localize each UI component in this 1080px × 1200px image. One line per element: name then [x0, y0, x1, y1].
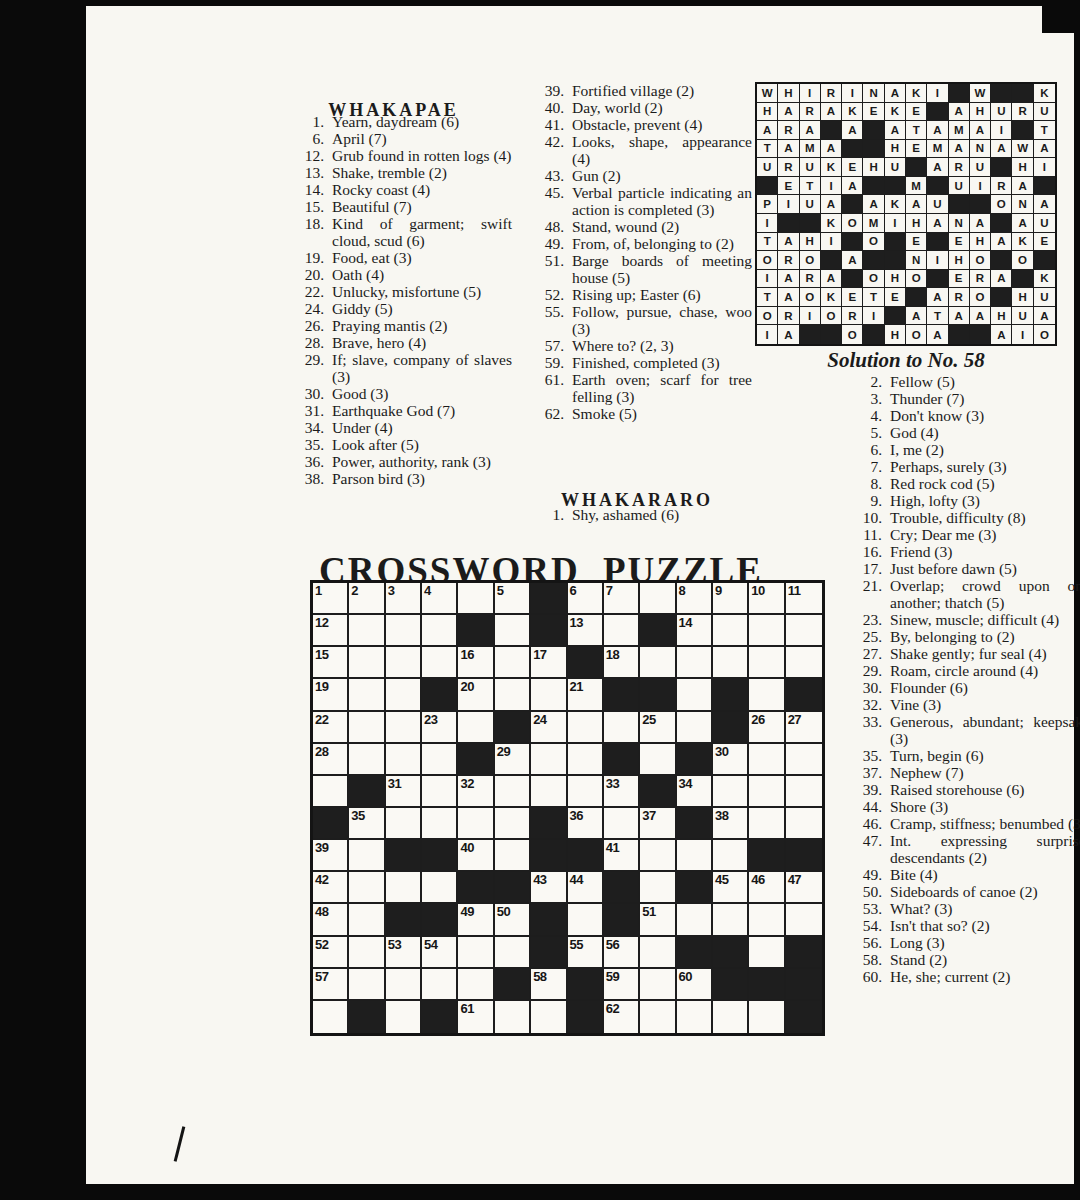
clue-29: 29.Roam, circle around (4) — [838, 662, 1080, 679]
puzzle-cell[interactable] — [422, 872, 458, 904]
puzzle-cell[interactable] — [604, 808, 640, 840]
clue-number: 29. — [272, 351, 324, 385]
puzzle-cell[interactable]: 16 — [458, 647, 494, 679]
puzzle-cell[interactable]: 25 — [640, 712, 676, 744]
clue-1: 1.Yearn, daydream (6) — [272, 113, 512, 130]
puzzle-cell[interactable] — [568, 776, 604, 808]
puzzle-cell[interactable] — [458, 969, 494, 1001]
puzzle-cell[interactable]: 38 — [713, 808, 749, 840]
clue-text: Praying mantis (2) — [324, 317, 512, 334]
solution-letter-cell: M — [927, 140, 948, 159]
clue-48: 48.Stand, wound (2) — [524, 218, 752, 235]
puzzle-cell[interactable] — [495, 647, 531, 679]
puzzle-cell[interactable] — [458, 937, 494, 969]
puzzle-cell[interactable]: 37 — [640, 808, 676, 840]
puzzle-black-cell — [604, 744, 640, 776]
clue-19: 19.Food, eat (3) — [272, 249, 512, 266]
puzzle-cell[interactable]: 55 — [568, 937, 604, 969]
clue-number: 2. — [838, 373, 882, 390]
puzzle-black-cell — [422, 904, 458, 936]
puzzle-cell[interactable] — [422, 776, 458, 808]
solution-black-cell — [991, 251, 1012, 270]
puzzle-cell[interactable]: 30 — [713, 744, 749, 776]
solution-black-cell — [927, 233, 948, 252]
puzzle-cell[interactable] — [713, 647, 749, 679]
puzzle-cell[interactable]: 20 — [458, 679, 494, 711]
solution-letter-cell: A — [991, 270, 1012, 289]
solution-letter-cell: A — [842, 177, 863, 196]
puzzle-cell[interactable]: 54 — [422, 937, 458, 969]
cell-number: 32 — [460, 776, 473, 791]
puzzle-cell[interactable] — [313, 1001, 349, 1033]
clue-10: 10.Trouble, difficulty (8) — [838, 509, 1080, 526]
solution-black-cell — [885, 307, 906, 326]
clue-number: 44. — [838, 798, 882, 815]
puzzle-cell[interactable]: 17 — [531, 647, 567, 679]
puzzle-cell[interactable] — [349, 679, 385, 711]
clue-49: 49.From, of, belonging to (2) — [524, 235, 752, 252]
puzzle-cell[interactable] — [495, 679, 531, 711]
puzzle-cell[interactable] — [531, 776, 567, 808]
solution-black-cell — [1012, 270, 1033, 289]
clue-42: 42.Looks, shape, appearance (4) — [524, 133, 752, 167]
puzzle-cell[interactable]: 51 — [640, 904, 676, 936]
puzzle-black-cell — [349, 776, 385, 808]
clue-text: Looks, shape, appearance (4) — [564, 133, 752, 167]
clue-29: 29.If; slave, company of slaves (3) — [272, 351, 512, 385]
clue-text: By, belonging to (2) — [882, 628, 1080, 645]
puzzle-cell[interactable] — [458, 712, 494, 744]
solution-letter-cell: I — [800, 307, 821, 326]
solution-black-cell — [949, 84, 970, 103]
puzzle-cell[interactable] — [749, 615, 785, 647]
puzzle-cell[interactable]: 24 — [531, 712, 567, 744]
puzzle-cell[interactable] — [386, 969, 422, 1001]
puzzle-cell[interactable]: 35 — [349, 808, 385, 840]
solution-letter-cell: N — [1012, 195, 1033, 214]
puzzle-cell[interactable]: 33 — [604, 776, 640, 808]
solution-black-cell — [842, 270, 863, 289]
puzzle-cell[interactable]: 56 — [604, 937, 640, 969]
puzzle-cell[interactable] — [604, 712, 640, 744]
solution-letter-cell: A — [757, 121, 778, 140]
cell-number: 57 — [315, 969, 328, 984]
puzzle-cell[interactable] — [640, 872, 676, 904]
puzzle-cell[interactable]: 4 — [422, 583, 458, 615]
solution-letter-cell: I — [927, 251, 948, 270]
puzzle-cell[interactable] — [640, 1001, 676, 1033]
solution-letter-cell: A — [949, 103, 970, 122]
puzzle-cell[interactable] — [749, 679, 785, 711]
cell-number: 29 — [497, 744, 510, 759]
cell-number: 41 — [606, 840, 619, 855]
puzzle-cell[interactable] — [604, 615, 640, 647]
solution-letter-cell: A — [821, 140, 842, 159]
clue-number: 26. — [272, 317, 324, 334]
puzzle-cell[interactable] — [386, 647, 422, 679]
puzzle-cell[interactable]: 57 — [313, 969, 349, 1001]
puzzle-cell[interactable] — [313, 776, 349, 808]
solution-letter-cell: I — [778, 195, 799, 214]
puzzle-cell[interactable] — [458, 808, 494, 840]
solution-letter-cell: O — [906, 325, 927, 344]
puzzle-cell[interactable]: 18 — [604, 647, 640, 679]
puzzle-cell[interactable] — [495, 1001, 531, 1033]
puzzle-cell[interactable] — [713, 615, 749, 647]
puzzle-cell[interactable] — [495, 937, 531, 969]
solution-letter-cell: O — [800, 288, 821, 307]
solution-letter-cell: R — [821, 84, 842, 103]
puzzle-cell[interactable]: 60 — [677, 969, 713, 1001]
puzzle-cell[interactable] — [677, 647, 713, 679]
solution-letter-cell: A — [778, 140, 799, 159]
puzzle-black-cell — [422, 1001, 458, 1033]
puzzle-cell[interactable]: 47 — [786, 872, 822, 904]
solution-letter-cell: A — [991, 325, 1012, 344]
puzzle-cell[interactable] — [677, 1001, 713, 1033]
clue-39: 39.Fortified village (2) — [524, 82, 752, 99]
puzzle-cell[interactable] — [677, 712, 713, 744]
cell-number: 47 — [788, 872, 801, 887]
puzzle-cell[interactable] — [386, 615, 422, 647]
puzzle-cell[interactable]: 15 — [313, 647, 349, 679]
puzzle-cell[interactable] — [422, 615, 458, 647]
puzzle-cell[interactable]: 52 — [313, 937, 349, 969]
clue-4: 4.Don't know (3) — [838, 407, 1080, 424]
puzzle-black-cell — [422, 840, 458, 872]
puzzle-cell[interactable] — [495, 615, 531, 647]
puzzle-cell[interactable] — [349, 840, 385, 872]
solution-black-cell — [800, 214, 821, 233]
solution-letter-cell: O — [821, 307, 842, 326]
puzzle-cell[interactable] — [749, 937, 785, 969]
puzzle-cell[interactable]: 42 — [313, 872, 349, 904]
solution-letter-cell: I — [970, 177, 991, 196]
puzzle-cell[interactable]: 21 — [568, 679, 604, 711]
solution-letter-cell: E — [885, 288, 906, 307]
puzzle-black-cell — [531, 840, 567, 872]
solution-letter-cell: I — [1012, 325, 1033, 344]
clue-7: 7.Perhaps, surely (3) — [838, 458, 1080, 475]
puzzle-cell[interactable]: 27 — [786, 712, 822, 744]
solution-letter-cell: A — [1034, 195, 1055, 214]
clue-number: 13. — [272, 164, 324, 181]
puzzle-cell[interactable] — [677, 904, 713, 936]
clue-number: 30. — [838, 679, 882, 696]
puzzle-cell[interactable]: 6 — [568, 583, 604, 615]
clue-16: 16.Friend (3) — [838, 543, 1080, 560]
puzzle-cell[interactable] — [386, 679, 422, 711]
puzzle-cell[interactable]: 9 — [713, 583, 749, 615]
solution-letter-cell: I — [863, 307, 884, 326]
puzzle-cell[interactable] — [422, 969, 458, 1001]
solution-letter-cell: U — [1034, 103, 1055, 122]
puzzle-cell[interactable] — [349, 712, 385, 744]
cell-number: 52 — [315, 937, 328, 952]
puzzle-black-cell — [568, 840, 604, 872]
cell-number: 26 — [751, 712, 764, 727]
puzzle-cell[interactable] — [568, 712, 604, 744]
solution-letter-cell: H — [757, 103, 778, 122]
solution-letter-cell: H — [906, 214, 927, 233]
clue-text: Raised storehouse (6) — [882, 781, 1080, 798]
clue-number: 51. — [524, 252, 564, 286]
clue-number: 49. — [838, 866, 882, 883]
puzzle-cell[interactable] — [749, 904, 785, 936]
puzzle-cell[interactable] — [422, 808, 458, 840]
solution-letter-cell: A — [1012, 177, 1033, 196]
puzzle-cell[interactable] — [640, 647, 676, 679]
puzzle-cell[interactable] — [568, 904, 604, 936]
puzzle-cell[interactable] — [640, 744, 676, 776]
solution-letter-cell: K — [906, 84, 927, 103]
puzzle-black-cell — [786, 937, 822, 969]
puzzle-cell[interactable] — [640, 583, 676, 615]
puzzle-cell[interactable] — [531, 679, 567, 711]
clue-text: Oath (4) — [324, 266, 512, 283]
puzzle-cell[interactable] — [786, 904, 822, 936]
puzzle-cell[interactable] — [786, 808, 822, 840]
puzzle-cell[interactable] — [713, 904, 749, 936]
puzzle-cell[interactable]: 45 — [713, 872, 749, 904]
puzzle-cell[interactable] — [422, 647, 458, 679]
puzzle-cell[interactable] — [640, 969, 676, 1001]
clue-13: 13.Shake, tremble (2) — [272, 164, 512, 181]
cell-number: 28 — [315, 744, 328, 759]
puzzle-cell[interactable]: 53 — [386, 937, 422, 969]
solution-letter-cell: A — [778, 270, 799, 289]
puzzle-black-cell — [786, 969, 822, 1001]
cell-number: 40 — [460, 840, 473, 855]
solution-letter-cell: N — [863, 84, 884, 103]
solution-letter-cell: M — [800, 140, 821, 159]
puzzle-black-cell — [604, 904, 640, 936]
puzzle-cell[interactable]: 36 — [568, 808, 604, 840]
solution-letter-cell: I — [927, 84, 948, 103]
solution-letter-cell: I — [757, 325, 778, 344]
puzzle-cell[interactable]: 59 — [604, 969, 640, 1001]
solution-black-cell — [885, 251, 906, 270]
puzzle-black-cell — [786, 679, 822, 711]
puzzle-cell[interactable] — [422, 744, 458, 776]
puzzle-cell[interactable] — [786, 647, 822, 679]
cell-number: 38 — [715, 808, 728, 823]
clue-8: 8.Red rock cod (5) — [838, 475, 1080, 492]
puzzle-cell[interactable]: 28 — [313, 744, 349, 776]
puzzle-cell[interactable] — [749, 647, 785, 679]
cell-number: 50 — [497, 904, 510, 919]
cell-number: 59 — [606, 969, 619, 984]
clue-text: Parson bird (3) — [324, 470, 512, 487]
puzzle-cell[interactable]: 13 — [568, 615, 604, 647]
puzzle-cell[interactable] — [531, 1001, 567, 1033]
solution-black-cell — [1012, 84, 1033, 103]
clue-text: Fortified village (2) — [564, 82, 752, 99]
solution-letter-cell: A — [1012, 214, 1033, 233]
puzzle-cell[interactable] — [386, 712, 422, 744]
puzzle-cell[interactable]: 41 — [604, 840, 640, 872]
puzzle-cell[interactable]: 22 — [313, 712, 349, 744]
clue-text: I, me (2) — [882, 441, 1080, 458]
solution-letter-cell: H — [863, 158, 884, 177]
puzzle-cell[interactable] — [677, 679, 713, 711]
puzzle-cell[interactable] — [640, 840, 676, 872]
puzzle-cell[interactable]: 58 — [531, 969, 567, 1001]
clue-14: 14.Rocky coast (4) — [272, 181, 512, 198]
clue-22: 22.Unlucky, misfortune (5) — [272, 283, 512, 300]
puzzle-cell[interactable]: 5 — [495, 583, 531, 615]
clue-number: 24. — [272, 300, 324, 317]
puzzle-cell[interactable] — [349, 904, 385, 936]
solution-letter-cell: O — [842, 325, 863, 344]
puzzle-black-cell — [568, 969, 604, 1001]
puzzle-cell[interactable]: 50 — [495, 904, 531, 936]
clue-18: 18.Kind of garment; swift cloud, scud (6… — [272, 215, 512, 249]
puzzle-cell[interactable]: 32 — [458, 776, 494, 808]
solution-letter-cell: H — [885, 325, 906, 344]
puzzle-cell[interactable] — [786, 776, 822, 808]
cell-number: 37 — [642, 808, 655, 823]
puzzle-cell[interactable] — [495, 776, 531, 808]
puzzle-cell[interactable] — [495, 840, 531, 872]
solution-letter-cell: A — [927, 325, 948, 344]
puzzle-cell[interactable] — [749, 808, 785, 840]
puzzle-cell[interactable] — [349, 744, 385, 776]
puzzle-cell[interactable]: 39 — [313, 840, 349, 872]
puzzle-cell[interactable]: 49 — [458, 904, 494, 936]
puzzle-cell[interactable] — [786, 744, 822, 776]
solution-letter-cell: O — [757, 307, 778, 326]
puzzle-cell[interactable] — [786, 615, 822, 647]
cell-number: 15 — [315, 647, 328, 662]
puzzle-cell[interactable] — [386, 744, 422, 776]
clue-text: Turn, begin (6) — [882, 747, 1080, 764]
puzzle-cell[interactable]: 12 — [313, 615, 349, 647]
clue-text: Shore (3) — [882, 798, 1080, 815]
solution-letter-cell: A — [906, 307, 927, 326]
clue-text: Power, authority, rank (3) — [324, 453, 512, 470]
solution-letter-cell: A — [970, 307, 991, 326]
down-clues-column-1: 1.Shy, ashamed (6) — [524, 506, 752, 523]
cell-number: 36 — [570, 808, 583, 823]
cell-number: 33 — [606, 776, 619, 791]
puzzle-cell[interactable] — [349, 969, 385, 1001]
clue-number: 15. — [272, 198, 324, 215]
puzzle-cell[interactable] — [749, 1001, 785, 1033]
solution-letter-cell: A — [778, 325, 799, 344]
puzzle-cell[interactable]: 34 — [677, 776, 713, 808]
puzzle-cell[interactable]: 43 — [531, 872, 567, 904]
solution-black-cell — [991, 214, 1012, 233]
clue-number: 20. — [272, 266, 324, 283]
puzzle-cell[interactable] — [677, 840, 713, 872]
puzzle-cell[interactable]: 2 — [349, 583, 385, 615]
puzzle-cell[interactable] — [349, 937, 385, 969]
puzzle-cell[interactable] — [640, 937, 676, 969]
puzzle-cell[interactable]: 62 — [604, 1001, 640, 1033]
solution-letter-cell: N — [906, 251, 927, 270]
clue-text: Yearn, daydream (6) — [324, 113, 512, 130]
clue-number: 60. — [838, 968, 882, 985]
clue-33: 33.Generous, abundant; keepsake (3) — [838, 713, 1080, 747]
clue-text: Earthquake God (7) — [324, 402, 512, 419]
solution-letter-cell: O — [970, 288, 991, 307]
puzzle-cell[interactable]: 19 — [313, 679, 349, 711]
puzzle-black-cell — [568, 647, 604, 679]
puzzle-cell[interactable] — [531, 744, 567, 776]
puzzle-cell[interactable]: 23 — [422, 712, 458, 744]
puzzle-cell[interactable]: 40 — [458, 840, 494, 872]
clue-text: Sinew, muscle; difficult (4) — [882, 611, 1080, 628]
clue-25: 25.By, belonging to (2) — [838, 628, 1080, 645]
puzzle-cell[interactable]: 61 — [458, 1001, 494, 1033]
cell-number: 2 — [351, 583, 358, 598]
puzzle-cell[interactable]: 29 — [495, 744, 531, 776]
puzzle-cell[interactable]: 1 — [313, 583, 349, 615]
clue-number: 37. — [838, 764, 882, 781]
clue-number: 23. — [838, 611, 882, 628]
puzzle-cell[interactable]: 31 — [386, 776, 422, 808]
clue-31: 31.Earthquake God (7) — [272, 402, 512, 419]
solution-black-cell — [863, 121, 884, 140]
cell-number: 39 — [315, 840, 328, 855]
solution-black-cell — [991, 288, 1012, 307]
clue-6: 6.I, me (2) — [838, 441, 1080, 458]
puzzle-cell[interactable] — [349, 647, 385, 679]
puzzle-cell[interactable]: 11 — [786, 583, 822, 615]
puzzle-cell[interactable] — [568, 744, 604, 776]
puzzle-cell[interactable] — [458, 583, 494, 615]
solution-letter-cell: A — [778, 103, 799, 122]
puzzle-cell[interactable]: 44 — [568, 872, 604, 904]
puzzle-cell[interactable]: 26 — [749, 712, 785, 744]
puzzle-cell[interactable] — [713, 1001, 749, 1033]
puzzle-cell[interactable] — [386, 872, 422, 904]
puzzle-cell[interactable] — [495, 808, 531, 840]
cell-number: 21 — [570, 679, 583, 694]
puzzle-cell[interactable]: 48 — [313, 904, 349, 936]
puzzle-cell[interactable]: 46 — [749, 872, 785, 904]
solution-letter-cell: H — [1012, 288, 1033, 307]
solution-letter-cell: A — [885, 84, 906, 103]
solution-black-cell — [927, 270, 948, 289]
puzzle-cell[interactable] — [349, 872, 385, 904]
puzzle-cell[interactable]: 3 — [386, 583, 422, 615]
cell-number: 24 — [533, 712, 546, 727]
puzzle-cell[interactable] — [749, 744, 785, 776]
puzzle-cell[interactable] — [349, 615, 385, 647]
cell-number: 12 — [315, 615, 328, 630]
puzzle-cell[interactable] — [749, 776, 785, 808]
puzzle-cell[interactable] — [386, 808, 422, 840]
puzzle-cell[interactable]: 10 — [749, 583, 785, 615]
puzzle-black-cell — [786, 840, 822, 872]
puzzle-cell[interactable]: 14 — [677, 615, 713, 647]
puzzle-cell[interactable]: 8 — [677, 583, 713, 615]
puzzle-cell[interactable] — [713, 840, 749, 872]
solution-letter-cell: A — [778, 288, 799, 307]
clue-number: 38. — [272, 470, 324, 487]
clue-text: Where to? (2, 3) — [564, 337, 752, 354]
solution-black-cell — [821, 325, 842, 344]
puzzle-cell[interactable] — [386, 1001, 422, 1033]
solution-letter-cell: O — [863, 233, 884, 252]
puzzle-cell[interactable] — [713, 776, 749, 808]
clue-number: 35. — [272, 436, 324, 453]
solution-black-cell — [970, 195, 991, 214]
puzzle-black-cell — [604, 679, 640, 711]
puzzle-cell[interactable]: 7 — [604, 583, 640, 615]
